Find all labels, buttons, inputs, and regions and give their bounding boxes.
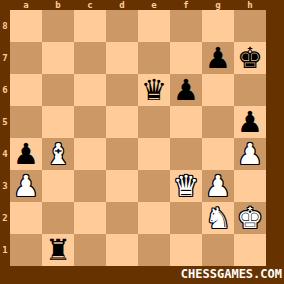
square-b4[interactable]: ♝: [42, 138, 74, 170]
square-e2[interactable]: [138, 202, 170, 234]
square-b7[interactable]: [42, 42, 74, 74]
square-e5[interactable]: [138, 106, 170, 138]
square-g2[interactable]: ♞: [202, 202, 234, 234]
square-b5[interactable]: [42, 106, 74, 138]
piece-wB-b4: ♝: [45, 138, 71, 170]
square-h6[interactable]: [234, 74, 266, 106]
square-e6[interactable]: ♛: [138, 74, 170, 106]
piece-bP-h5: ♟: [237, 106, 263, 138]
rank-label-1: 1: [0, 234, 10, 266]
square-b1[interactable]: ♜: [42, 234, 74, 266]
square-g5[interactable]: [202, 106, 234, 138]
square-a5[interactable]: [10, 106, 42, 138]
square-d8[interactable]: [106, 10, 138, 42]
square-f3[interactable]: ♛: [170, 170, 202, 202]
square-c8[interactable]: [74, 10, 106, 42]
file-label-d: d: [106, 0, 138, 10]
square-c3[interactable]: [74, 170, 106, 202]
square-c7[interactable]: [74, 42, 106, 74]
square-h8[interactable]: [234, 10, 266, 42]
piece-wN-g2: ♞: [205, 202, 231, 234]
piece-bK-h7: ♚: [237, 42, 263, 74]
square-h5[interactable]: ♟: [234, 106, 266, 138]
file-labels: abcdefgh: [10, 0, 266, 10]
rank-label-5: 5: [0, 106, 10, 138]
piece-bP-f6: ♟: [173, 74, 199, 106]
square-f8[interactable]: [170, 10, 202, 42]
square-a8[interactable]: [10, 10, 42, 42]
square-c4[interactable]: [74, 138, 106, 170]
square-d1[interactable]: [106, 234, 138, 266]
square-e3[interactable]: [138, 170, 170, 202]
square-g8[interactable]: [202, 10, 234, 42]
square-a7[interactable]: [10, 42, 42, 74]
square-d4[interactable]: [106, 138, 138, 170]
square-a1[interactable]: [10, 234, 42, 266]
piece-wQ-f3: ♛: [173, 170, 199, 202]
square-h2[interactable]: ♚: [234, 202, 266, 234]
rank-label-6: 6: [0, 74, 10, 106]
rank-label-3: 3: [0, 170, 10, 202]
rank-label-7: 7: [0, 42, 10, 74]
square-a3[interactable]: ♟: [10, 170, 42, 202]
square-c2[interactable]: [74, 202, 106, 234]
square-b6[interactable]: [42, 74, 74, 106]
square-h4[interactable]: ♟: [234, 138, 266, 170]
square-a2[interactable]: [10, 202, 42, 234]
chess-diagram: abcdefgh 87654321 ♟♚♛♟♟♟♝♟♟♛♟♞♚♜ CHESSGA…: [0, 0, 284, 284]
square-f4[interactable]: [170, 138, 202, 170]
square-g3[interactable]: ♟: [202, 170, 234, 202]
piece-wK-h2: ♚: [237, 202, 263, 234]
square-b2[interactable]: [42, 202, 74, 234]
square-f6[interactable]: ♟: [170, 74, 202, 106]
piece-bP-a4: ♟: [13, 138, 39, 170]
square-b8[interactable]: [42, 10, 74, 42]
file-label-a: a: [10, 0, 42, 10]
square-c1[interactable]: [74, 234, 106, 266]
rank-label-2: 2: [0, 202, 10, 234]
rank-labels: 87654321: [0, 10, 10, 266]
chessgames-watermark: CHESSGAMES.COM: [181, 267, 282, 281]
square-f5[interactable]: [170, 106, 202, 138]
file-label-h: h: [234, 0, 266, 10]
square-e7[interactable]: [138, 42, 170, 74]
square-d5[interactable]: [106, 106, 138, 138]
square-d7[interactable]: [106, 42, 138, 74]
piece-wP-h4: ♟: [237, 138, 263, 170]
square-g6[interactable]: [202, 74, 234, 106]
square-c6[interactable]: [74, 74, 106, 106]
rank-label-4: 4: [0, 138, 10, 170]
piece-wP-g3: ♟: [205, 170, 231, 202]
square-f1[interactable]: [170, 234, 202, 266]
square-d2[interactable]: [106, 202, 138, 234]
square-g7[interactable]: ♟: [202, 42, 234, 74]
square-a6[interactable]: [10, 74, 42, 106]
rank-label-8: 8: [0, 10, 10, 42]
square-f2[interactable]: [170, 202, 202, 234]
piece-bR-b1: ♜: [45, 234, 71, 266]
piece-wP-a3: ♟: [13, 170, 39, 202]
board-grid: ♟♚♛♟♟♟♝♟♟♛♟♞♚♜: [10, 10, 266, 266]
square-e8[interactable]: [138, 10, 170, 42]
file-label-b: b: [42, 0, 74, 10]
square-d3[interactable]: [106, 170, 138, 202]
file-label-e: e: [138, 0, 170, 10]
square-e4[interactable]: [138, 138, 170, 170]
square-h1[interactable]: [234, 234, 266, 266]
square-f7[interactable]: [170, 42, 202, 74]
square-h3[interactable]: [234, 170, 266, 202]
square-e1[interactable]: [138, 234, 170, 266]
square-g4[interactable]: [202, 138, 234, 170]
square-b3[interactable]: [42, 170, 74, 202]
square-g1[interactable]: [202, 234, 234, 266]
square-h7[interactable]: ♚: [234, 42, 266, 74]
file-label-c: c: [74, 0, 106, 10]
square-a4[interactable]: ♟: [10, 138, 42, 170]
file-label-g: g: [202, 0, 234, 10]
square-c5[interactable]: [74, 106, 106, 138]
piece-bP-g7: ♟: [205, 42, 231, 74]
file-label-f: f: [170, 0, 202, 10]
piece-bQ-e6: ♛: [141, 74, 167, 106]
square-d6[interactable]: [106, 74, 138, 106]
